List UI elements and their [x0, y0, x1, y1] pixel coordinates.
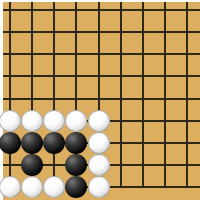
white-stone — [88, 110, 110, 132]
black-stone — [21, 154, 43, 176]
white-stone — [21, 110, 43, 132]
black-stone — [0, 132, 21, 154]
white-stone — [43, 110, 65, 132]
white-stone — [88, 176, 110, 198]
grid-line-vertical — [9, 2, 11, 188]
black-stone — [21, 132, 43, 154]
grid-line-vertical — [164, 2, 166, 188]
white-stone — [0, 110, 21, 132]
grid-line-horizontal — [3, 75, 200, 77]
white-stone — [0, 176, 21, 198]
black-stone — [43, 132, 65, 154]
white-stone — [43, 176, 65, 198]
page — [0, 0, 200, 200]
black-stone — [65, 132, 87, 154]
white-stone — [21, 176, 43, 198]
grid-line-vertical — [53, 2, 55, 188]
white-stone — [88, 154, 110, 176]
grid-line-horizontal — [3, 53, 200, 55]
grid-line-vertical — [186, 2, 188, 188]
grid-line-horizontal — [3, 98, 200, 100]
white-stone — [65, 110, 87, 132]
grid-line-vertical — [142, 2, 144, 188]
white-stone — [88, 132, 110, 154]
grid-line-horizontal — [3, 31, 200, 33]
grid-line-vertical — [120, 2, 122, 188]
black-stone — [65, 176, 87, 198]
black-stone — [65, 154, 87, 176]
